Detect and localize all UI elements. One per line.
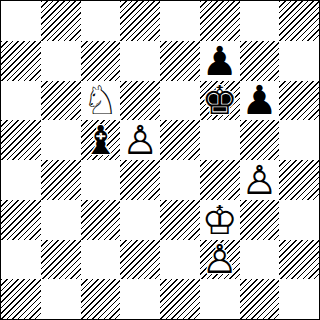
square-g6[interactable]: ♟♟ [240,81,280,121]
white-pawn[interactable]: ♟♙ [240,160,280,200]
black-bishop[interactable]: ♝♝ [81,120,121,160]
square-e2[interactable] [160,240,200,280]
white-pawn[interactable]: ♟♙ [200,240,240,280]
square-g4[interactable]: ♟♙ [240,160,280,200]
square-f1[interactable] [200,279,240,319]
square-d5[interactable]: ♟♙ [120,120,160,160]
square-h8[interactable] [279,1,319,41]
white-pawn-glyph: ♙ [120,120,160,160]
square-a6[interactable] [1,81,41,121]
square-f4[interactable] [200,160,240,200]
square-b3[interactable] [41,200,81,240]
square-c8[interactable] [81,1,121,41]
black-king[interactable]: ♚♚ [200,81,240,121]
white-knight[interactable]: ♞♘ [81,81,121,121]
black-pawn-glyph: ♟ [240,81,280,121]
square-e1[interactable] [160,279,200,319]
square-h4[interactable] [279,160,319,200]
square-b7[interactable] [41,41,81,81]
square-h6[interactable] [279,81,319,121]
square-d3[interactable] [120,200,160,240]
chess-board: ♟♟♞♘♚♚♟♟♝♝♟♙♟♙♚♔♟♙ [0,0,320,320]
square-b6[interactable] [41,81,81,121]
black-bishop-glyph: ♝ [81,120,121,160]
white-knight-glyph: ♘ [81,81,121,121]
square-a8[interactable] [1,1,41,41]
square-b8[interactable] [41,1,81,41]
square-h2[interactable] [279,240,319,280]
square-e6[interactable] [160,81,200,121]
square-e4[interactable] [160,160,200,200]
square-a5[interactable] [1,120,41,160]
square-b2[interactable] [41,240,81,280]
square-f2[interactable]: ♟♙ [200,240,240,280]
black-pawn-glyph: ♟ [200,41,240,81]
square-d2[interactable] [120,240,160,280]
square-h1[interactable] [279,279,319,319]
square-c7[interactable] [81,41,121,81]
square-c5[interactable]: ♝♝ [81,120,121,160]
square-c1[interactable] [81,279,121,319]
square-a7[interactable] [1,41,41,81]
black-pawn[interactable]: ♟♟ [200,41,240,81]
square-a3[interactable] [1,200,41,240]
square-d4[interactable] [120,160,160,200]
square-f6[interactable]: ♚♚ [200,81,240,121]
square-e5[interactable] [160,120,200,160]
white-king[interactable]: ♚♔ [200,200,240,240]
square-g2[interactable] [240,240,280,280]
white-pawn[interactable]: ♟♙ [120,120,160,160]
square-a1[interactable] [1,279,41,319]
square-d7[interactable] [120,41,160,81]
square-g1[interactable] [240,279,280,319]
square-g5[interactable] [240,120,280,160]
square-e3[interactable] [160,200,200,240]
square-f7[interactable]: ♟♟ [200,41,240,81]
square-e8[interactable] [160,1,200,41]
square-g7[interactable] [240,41,280,81]
square-c3[interactable] [81,200,121,240]
square-h3[interactable] [279,200,319,240]
square-c4[interactable] [81,160,121,200]
square-a2[interactable] [1,240,41,280]
square-d1[interactable] [120,279,160,319]
square-g8[interactable] [240,1,280,41]
square-f5[interactable] [200,120,240,160]
square-h7[interactable] [279,41,319,81]
black-pawn[interactable]: ♟♟ [240,81,280,121]
square-b1[interactable] [41,279,81,319]
black-king-glyph: ♚ [200,81,240,121]
square-f3[interactable]: ♚♔ [200,200,240,240]
square-c2[interactable] [81,240,121,280]
white-pawn-glyph: ♙ [200,240,240,280]
square-g3[interactable] [240,200,280,240]
square-f8[interactable] [200,1,240,41]
white-king-glyph: ♔ [200,200,240,240]
square-e7[interactable] [160,41,200,81]
square-d8[interactable] [120,1,160,41]
white-pawn-glyph: ♙ [240,160,280,200]
square-a4[interactable] [1,160,41,200]
square-d6[interactable] [120,81,160,121]
square-b5[interactable] [41,120,81,160]
square-b4[interactable] [41,160,81,200]
square-h5[interactable] [279,120,319,160]
square-c6[interactable]: ♞♘ [81,81,121,121]
